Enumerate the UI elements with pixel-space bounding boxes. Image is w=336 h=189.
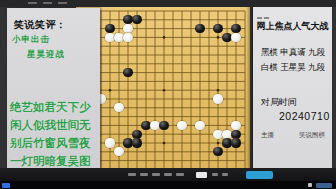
black-label: 黑棋 <box>261 47 278 59</box>
black-stone <box>132 15 141 24</box>
toolbar-button[interactable] <box>152 173 160 176</box>
black-stone <box>132 130 141 139</box>
white-stone <box>105 33 114 42</box>
poem-line: 别后竹窗风雪夜 <box>10 134 91 152</box>
white-stone <box>114 147 123 156</box>
move-counter-box <box>196 172 207 178</box>
commentary-title: 笑说笑评： <box>14 18 67 32</box>
system-tray <box>316 183 332 188</box>
black-stone <box>213 24 222 33</box>
black-stone <box>213 147 222 156</box>
toolbar-action-button[interactable] <box>246 171 273 179</box>
black-stone <box>141 121 150 130</box>
black-stone <box>123 15 132 24</box>
start-button[interactable] <box>2 183 10 188</box>
white-player-name: 王星昊 <box>280 62 306 74</box>
window-control-icon[interactable] <box>43 2 52 4</box>
white-stone <box>231 121 240 130</box>
black-stone <box>231 24 240 33</box>
commentary-panel: 笑说笑评： 小申出击 星昊迎战 绝艺如君天下少 闲人似我世间无 别后竹窗风雪夜 … <box>7 8 100 168</box>
black-player-row: 黑棋 申真谞 九段 <box>261 47 325 59</box>
white-player-rank: 九段 <box>308 62 325 74</box>
black-player-rank: 九段 <box>308 47 325 59</box>
white-stone <box>222 130 231 139</box>
game-time-label: 对局时间 <box>261 96 297 109</box>
poem-line: 绝艺如君天下少 <box>10 98 91 116</box>
go-board[interactable] <box>76 1 250 178</box>
board-grid <box>76 1 250 178</box>
white-stone <box>123 33 132 42</box>
white-stone <box>213 130 222 139</box>
tray-icon[interactable] <box>308 183 312 187</box>
black-stone <box>105 24 114 33</box>
commentary-poem: 绝艺如君天下少 闲人似我世间无 别后竹窗风雪夜 一灯明暗复吴图 <box>10 98 91 170</box>
white-stone <box>213 94 222 103</box>
commentary-line-white: 星昊迎战 <box>27 49 65 61</box>
poem-line: 闲人似我世间无 <box>10 116 91 134</box>
toolbar-button[interactable] <box>128 173 136 176</box>
toolbar-button[interactable] <box>176 173 184 176</box>
black-stone <box>222 33 231 42</box>
toolbar-button[interactable] <box>212 173 218 176</box>
game-date: 20240710 <box>279 110 330 122</box>
toolbar-button[interactable] <box>140 173 148 176</box>
black-stone <box>195 24 204 33</box>
host-label: 主播 <box>261 131 274 140</box>
black-player-name: 申真谞 <box>280 47 306 59</box>
window-control-icon[interactable] <box>28 2 37 4</box>
os-taskbar <box>0 181 336 189</box>
black-stone <box>123 68 132 77</box>
host-name: 笑说围棋 <box>299 131 325 140</box>
player-toolbar <box>0 168 336 181</box>
white-label: 白棋 <box>261 62 278 74</box>
white-stone <box>177 121 186 130</box>
black-stone <box>159 121 168 130</box>
host-row: 主播 笑说围棋 <box>261 131 325 140</box>
commentary-line-black: 小申出击 <box>12 34 50 46</box>
black-stone <box>123 138 132 147</box>
white-stone <box>150 121 159 130</box>
black-stone <box>231 138 240 147</box>
white-stone <box>195 121 204 130</box>
white-stone <box>114 103 123 112</box>
black-stone <box>231 130 240 139</box>
black-stone <box>222 138 231 147</box>
toolbar-button[interactable] <box>164 173 172 176</box>
white-stone <box>105 138 114 147</box>
white-stone <box>114 33 123 42</box>
white-stone <box>231 33 240 42</box>
event-title: 网上焦点人气大战 <box>253 20 332 33</box>
toolbar-button[interactable] <box>222 173 228 176</box>
window-titlebar <box>0 0 336 7</box>
white-player-row: 白棋 王星昊 九段 <box>261 62 325 74</box>
window-control-icon[interactable] <box>58 2 67 4</box>
black-stone <box>132 138 141 147</box>
white-stone <box>123 24 132 33</box>
game-info-panel: 网上焦点人气大战 黑棋 申真谞 九段 白棋 王星昊 九段 对局时间 202407… <box>253 3 332 168</box>
